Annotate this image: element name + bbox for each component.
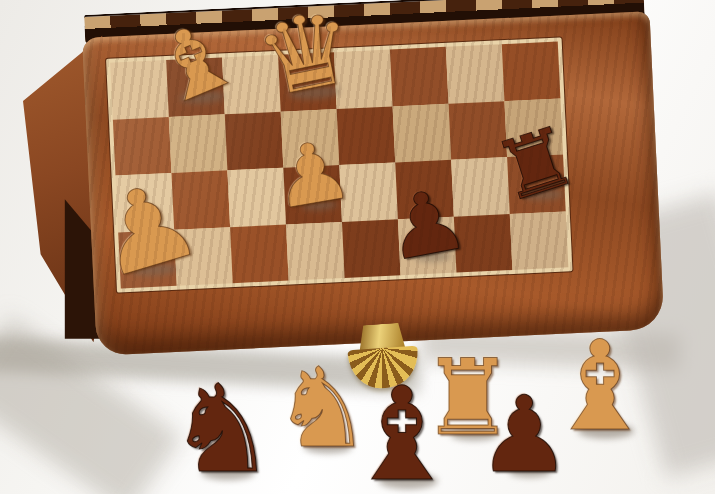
light-knight-shadow: [304, 441, 352, 454]
board-square-r4c4: [286, 221, 345, 280]
chess-board: [110, 42, 568, 289]
board-square-r3c7: [451, 157, 510, 216]
board-square-r2c8: [504, 98, 563, 157]
board-square-r3c1: [116, 173, 175, 232]
brass-clasp: [346, 322, 420, 393]
board-square-r4c2: [174, 227, 233, 286]
dark-knight-piece: ♞: [168, 369, 276, 490]
light-bishop-shadow: [578, 423, 634, 438]
product-photo-scene: ♝♛♟♜♟♟ ♞♞♝♜♟♝: [0, 0, 715, 494]
board-square-r1c3: [222, 55, 281, 114]
board-square-r1c1: [110, 60, 169, 119]
board-square-r3c6: [395, 160, 454, 219]
dark-knight-shadow: [202, 466, 255, 480]
board-square-r3c4: [283, 165, 342, 224]
board-square-r4c6: [398, 216, 457, 275]
board-square-r4c5: [342, 219, 401, 278]
dark-bishop-shadow: [379, 473, 438, 489]
board-square-r2c4: [281, 109, 340, 168]
board-square-r1c8: [502, 42, 561, 101]
board-square-r2c5: [337, 106, 396, 165]
board-square-r3c5: [339, 162, 398, 221]
dark-pawn-piece: ♟: [477, 383, 571, 488]
board-square-r3c3: [227, 168, 286, 227]
board-square-r1c6: [390, 47, 449, 106]
board-square-r2c7: [448, 101, 507, 160]
brass-clasp-fan: [347, 346, 420, 391]
board-square-r2c3: [225, 111, 284, 170]
board-square-r4c7: [454, 214, 513, 273]
board-square-r4c3: [230, 224, 289, 283]
board-square-r4c1: [118, 229, 177, 288]
board-square-r3c2: [171, 170, 230, 229]
board-square-r4c8: [510, 211, 569, 270]
board-square-r2c6: [393, 103, 452, 162]
board-square-r1c7: [446, 44, 505, 103]
dark-pawn-shadow: [509, 466, 551, 477]
board-square-r2c2: [169, 114, 228, 173]
chess-box-front: ♝♛♟♜♟♟: [82, 11, 664, 355]
board-square-r1c2: [166, 57, 225, 116]
board-square-r3c8: [507, 154, 566, 213]
board-square-r2c1: [113, 116, 172, 175]
light-rook-shadow: [451, 429, 498, 441]
board-square-r1c5: [334, 50, 393, 109]
board-square-r1c4: [278, 52, 337, 111]
